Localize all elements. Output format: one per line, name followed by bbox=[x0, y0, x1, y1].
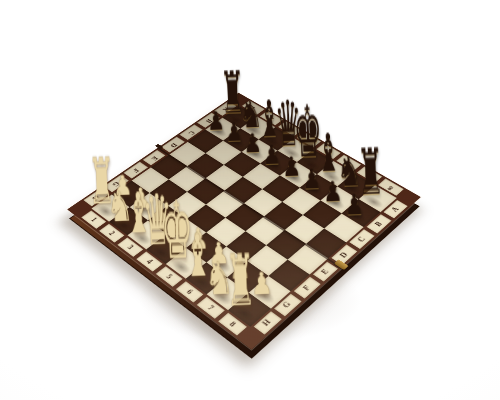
piece-dark-pawn: ♟ bbox=[344, 190, 365, 219]
coord-label-left-E: E bbox=[140, 147, 170, 167]
square-r3c1 bbox=[187, 153, 224, 178]
piece-light-rook: ♜ bbox=[224, 245, 256, 317]
square-r2c3 bbox=[243, 164, 280, 190]
piece-dark-queen: ♛ bbox=[273, 92, 302, 156]
square-r4c2 bbox=[187, 178, 225, 204]
coord-label-top-5: 5 bbox=[314, 142, 344, 162]
piece-dark-knight: ♞ bbox=[238, 95, 263, 133]
square-r1c4: ♟ bbox=[280, 162, 317, 188]
piece-dark-pawn: ♟ bbox=[281, 153, 301, 181]
coord-label-plate: C bbox=[179, 125, 202, 141]
coord-label-top-3: 3 bbox=[275, 120, 304, 138]
product-photo: 12345678A♜♞♝♛♚♝♞♜AB♟♟♟♟♟♟♟♟BCCDDEEFFG♟♟♟… bbox=[0, 0, 500, 400]
coord-label-top-1: 1 bbox=[239, 99, 267, 117]
piece-dark-pawn: ♟ bbox=[301, 165, 321, 193]
coord-label-top-4: 4 bbox=[294, 130, 324, 149]
coord-label-plate: 3 bbox=[278, 121, 302, 136]
square-r1c2: ♟ bbox=[242, 139, 278, 163]
coord-label-plate: 1 bbox=[242, 101, 265, 115]
coord-label-left-A: A bbox=[212, 100, 240, 118]
coord-label-plate: A bbox=[214, 101, 237, 116]
square-r4c4 bbox=[225, 203, 264, 231]
coord-label-plate: 4 bbox=[297, 132, 321, 147]
square-r2c4 bbox=[262, 176, 300, 202]
fold-hinge-notch bbox=[155, 144, 164, 150]
coord-label-plate: B bbox=[197, 113, 220, 128]
coord-label-plate: E bbox=[143, 150, 166, 166]
piece-dark-rook: ♜ bbox=[219, 64, 245, 122]
piece-dark-pawn: ♟ bbox=[224, 119, 243, 145]
perspective-scene: 12345678A♜♞♝♛♚♝♞♜AB♟♟♟♟♟♟♟♟BCCDDEEFFG♟♟♟… bbox=[0, 0, 500, 400]
coord-label-left-D: D bbox=[159, 135, 188, 155]
square-r2c2 bbox=[224, 152, 261, 177]
coord-label-left-F: F bbox=[121, 160, 151, 181]
coord-label-left-B: B bbox=[194, 111, 222, 129]
coord-label-plate: 2 bbox=[260, 111, 283, 126]
piece-dark-pawn: ♟ bbox=[322, 177, 342, 205]
coord-label-plate: D bbox=[161, 137, 185, 153]
square-r3c2 bbox=[206, 165, 243, 191]
square-r1c3: ♟ bbox=[260, 151, 297, 176]
piece-dark-pawn: ♟ bbox=[262, 141, 282, 168]
chess-board: 12345678A♜♞♝♛♚♝♞♜AB♟♟♟♟♟♟♟♟BCCDDEEFFG♟♟♟… bbox=[67, 93, 420, 350]
coord-label-plate: 5 bbox=[316, 143, 341, 159]
piece-dark-king: ♚ bbox=[292, 95, 323, 167]
coord-label-top-2: 2 bbox=[257, 109, 286, 127]
border-corner bbox=[228, 93, 249, 106]
piece-dark-pawn: ♟ bbox=[243, 130, 262, 157]
folding-chess-board: 12345678A♜♞♝♛♚♝♞♜AB♟♟♟♟♟♟♟♟BCCDDEEFFG♟♟♟… bbox=[67, 93, 420, 350]
camera-tilt: 12345678A♜♞♝♛♚♝♞♜AB♟♟♟♟♟♟♟♟BCCDDEEFFG♟♟♟… bbox=[0, 0, 500, 400]
square-r3c3 bbox=[225, 177, 263, 203]
square-r1c1: ♟ bbox=[223, 128, 258, 152]
coord-label-plate: F bbox=[123, 162, 148, 179]
coord-label-left-C: C bbox=[177, 123, 206, 142]
square-r2c1 bbox=[206, 141, 242, 165]
